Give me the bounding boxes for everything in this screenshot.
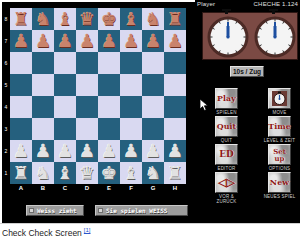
setup-caption: OPTIONS [262,166,297,171]
stopwatch-icon [271,90,288,107]
editor-button[interactable]: ED [215,144,238,165]
square-c4[interactable] [54,96,76,118]
quit-caption: QUIT [209,138,244,143]
move-now-caption: MOVE [262,110,297,115]
editor-caption: EDITOR [209,166,244,171]
chess-program-screenshot: 87654321 ♜♞♝♛♚♝♞♜♟♟♟♟♟♟♟♟♟♟♟♟♟♟♟♟♜♞♝♛♚♝♞… [0,0,300,223]
time-per-move-button[interactable]: 10s / Zug [230,66,264,77]
piece-white-king[interactable]: ♚ [98,162,120,184]
square-a6[interactable] [10,52,32,74]
piece-red-king[interactable]: ♚ [98,8,120,30]
square-g6[interactable] [142,52,164,74]
square-a2[interactable]: ♟ [10,140,32,162]
piece-white-pawn[interactable]: ♟ [76,140,98,162]
piece-white-pawn[interactable]: ♟ [54,140,76,162]
square-f4[interactable] [120,96,142,118]
quit-button[interactable]: Quit [215,116,238,137]
piece-white-rook[interactable]: ♜ [10,162,32,184]
piece-red-knight[interactable]: ♞ [32,8,54,30]
square-d4[interactable] [76,96,98,118]
square-e8[interactable]: ♚ [98,8,120,30]
square-g1[interactable]: ♞ [142,162,164,184]
square-a8[interactable]: ♜ [10,8,32,30]
piece-white-pawn[interactable]: ♟ [32,140,54,162]
version-label: CHECHE 1.124 [254,1,298,7]
piece-red-pawn[interactable]: ♟ [10,30,32,52]
piece-white-bishop[interactable]: ♝ [54,162,76,184]
square-h6[interactable] [164,52,186,74]
caption-text: Check Check Screen [2,228,82,237]
white-to-move-button[interactable]: Weiss zieht [26,205,84,216]
square-b7[interactable]: ♟ [32,30,54,52]
piece-white-bishop[interactable]: ♝ [120,162,142,184]
time-level-button[interactable]: Time [268,116,291,137]
square-e4[interactable] [98,96,120,118]
square-g2[interactable]: ♟ [142,140,164,162]
piece-red-bishop[interactable]: ♝ [120,8,142,30]
role-indicator-label: Sie spielen WEISS [106,207,167,214]
back-forward-caption: VOR & ZURÜCK [209,194,244,204]
piece-red-pawn[interactable]: ♟ [164,30,186,52]
square-f8[interactable]: ♝ [120,8,142,30]
square-d7[interactable]: ♟ [76,30,98,52]
square-c1[interactable]: ♝ [54,162,76,184]
editor-label: ED [219,151,234,158]
left-analog-clock-icon [207,16,249,58]
square-d3[interactable] [76,118,98,140]
square-d1[interactable]: ♛ [76,162,98,184]
file-labels: ABCDEFGH [10,185,186,191]
piece-white-pawn[interactable]: ♟ [10,140,32,162]
square-a3[interactable] [10,118,32,140]
square-e5[interactable] [98,74,120,96]
square-b8[interactable]: ♞ [32,8,54,30]
piece-white-knight[interactable]: ♞ [142,162,164,184]
file-label-a: A [10,185,32,191]
square-f7[interactable]: ♟ [120,30,142,52]
chess-board[interactable]: ♜♞♝♛♚♝♞♜♟♟♟♟♟♟♟♟♟♟♟♟♟♟♟♟♜♞♝♛♚♝♞♜ [10,8,186,184]
indicator-square-icon [98,208,103,213]
file-label-f: F [120,185,142,191]
time-label: Time [268,123,291,130]
square-c5[interactable] [54,74,76,96]
piece-red-queen[interactable]: ♛ [76,8,98,30]
top-border [0,0,195,2]
piece-white-queen[interactable]: ♛ [76,162,98,184]
piece-red-bishop[interactable]: ♝ [54,8,76,30]
piece-red-pawn[interactable]: ♟ [54,30,76,52]
square-c3[interactable] [54,118,76,140]
square-e3[interactable] [98,118,120,140]
file-label-c: C [54,185,76,191]
move-indicator-label: Weiss zieht [37,207,77,214]
caption-bar: Check Check Screen[1] [0,223,300,237]
square-a4[interactable] [10,96,32,118]
square-c8[interactable]: ♝ [54,8,76,30]
setup-button[interactable]: Set up [268,144,291,165]
rank-label-2: 2 [2,140,10,162]
page-caption: Check Check Screen[1] [2,227,91,237]
left-clock-winder-icon [222,9,231,11]
rank-label-1: 1 [2,162,10,184]
player-label: Player [197,1,215,7]
square-f3[interactable] [120,118,142,140]
piece-white-pawn[interactable]: ♟ [142,140,164,162]
piece-white-knight[interactable]: ♞ [32,162,54,184]
time-level-caption: LEVEL & ZEIT [262,138,297,143]
square-d2[interactable]: ♟ [76,140,98,162]
square-f1[interactable]: ♝ [120,162,142,184]
file-label-h: H [164,185,186,191]
square-h4[interactable] [164,96,186,118]
square-c6[interactable] [54,52,76,74]
page: 87654321 ♜♞♝♛♚♝♞♜♟♟♟♟♟♟♟♟♟♟♟♟♟♟♟♟♜♞♝♛♚♝♞… [0,0,300,237]
move-now-button[interactable] [268,88,291,109]
square-b4[interactable] [32,96,54,118]
piece-red-knight[interactable]: ♞ [142,8,164,30]
square-d5[interactable] [76,74,98,96]
square-b1[interactable]: ♞ [32,162,54,184]
mouse-cursor-icon [199,98,210,112]
rank-labels: 87654321 [2,8,10,184]
square-h1[interactable]: ♜ [164,162,186,184]
square-h3[interactable] [164,118,186,140]
control-panel: Player CHECHE 1.124 [195,0,300,223]
new-game-button[interactable]: New [268,172,291,193]
rank-label-6: 6 [2,52,10,74]
rank-label-7: 7 [2,30,10,52]
square-g7[interactable]: ♟ [142,30,164,52]
quit-label: Quit [217,123,237,130]
piece-red-pawn[interactable]: ♟ [76,30,98,52]
square-c7[interactable]: ♟ [54,30,76,52]
piece-red-pawn[interactable]: ♟ [32,30,54,52]
square-d8[interactable]: ♛ [76,8,98,30]
panel-header: Player CHECHE 1.124 [197,1,298,7]
square-g3[interactable] [142,118,164,140]
square-e1[interactable]: ♚ [98,162,120,184]
play-label: Play [217,95,236,102]
piece-red-pawn[interactable]: ♟ [142,30,164,52]
setup-label: Set up [272,148,288,162]
square-b3[interactable] [32,118,54,140]
chess-clock-panel [202,12,298,60]
square-h5[interactable] [164,74,186,96]
square-f5[interactable] [120,74,142,96]
square-e7[interactable]: ♟ [98,30,120,52]
new-game-caption: NEUES SPIEL [262,194,297,199]
piece-red-pawn[interactable]: ♟ [120,30,142,52]
square-g4[interactable] [142,96,164,118]
rank-label-3: 3 [2,118,10,140]
square-g8[interactable]: ♞ [142,8,164,30]
square-a7[interactable]: ♟ [10,30,32,52]
right-analog-clock-icon [254,16,296,58]
right-clock-winder-icon [269,9,278,11]
back-arrow-icon: ◁ [218,177,226,188]
you-play-white-button[interactable]: Sie spielen WEISS [95,205,188,216]
piece-white-pawn[interactable]: ♟ [98,140,120,162]
back-forward-button[interactable]: ◁ ▷ [215,172,238,193]
square-b5[interactable] [32,74,54,96]
rank-label-8: 8 [2,8,10,30]
square-h2[interactable]: ♟ [164,140,186,162]
piece-white-pawn[interactable]: ♟ [120,140,142,162]
file-label-g: G [142,185,164,191]
square-f2[interactable]: ♟ [120,140,142,162]
file-label-b: B [32,185,54,191]
square-e2[interactable]: ♟ [98,140,120,162]
rank-label-4: 4 [2,96,10,118]
play-caption: SPIELEN [209,110,244,115]
square-a1[interactable]: ♜ [10,162,32,184]
square-e6[interactable] [98,52,120,74]
square-b2[interactable]: ♟ [32,140,54,162]
square-d6[interactable] [76,52,98,74]
play-button[interactable]: Play [215,88,238,109]
piece-red-rook[interactable]: ♜ [164,8,186,30]
square-g5[interactable] [142,74,164,96]
piece-white-pawn[interactable]: ♟ [164,140,186,162]
reference-link[interactable]: [1] [84,227,91,233]
square-h7[interactable]: ♟ [164,30,186,52]
square-h8[interactable]: ♜ [164,8,186,30]
new-label: New [270,179,289,186]
square-b6[interactable] [32,52,54,74]
square-f6[interactable] [120,52,142,74]
indicator-square-icon [29,208,34,213]
square-a5[interactable] [10,74,32,96]
piece-red-rook[interactable]: ♜ [10,8,32,30]
piece-white-rook[interactable]: ♜ [164,162,186,184]
file-label-d: D [76,185,98,191]
rank-label-5: 5 [2,74,10,96]
square-c2[interactable]: ♟ [54,140,76,162]
piece-red-pawn[interactable]: ♟ [98,30,120,52]
file-label-e: E [98,185,120,191]
forward-arrow-icon: ▷ [227,177,235,188]
